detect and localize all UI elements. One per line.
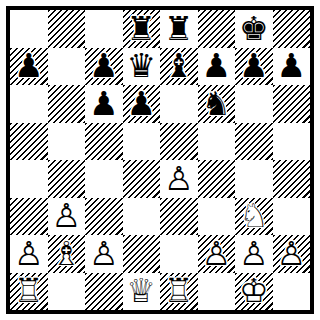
- square-d3[interactable]: [123, 198, 161, 236]
- black-rook-glyph: ♜: [126, 12, 156, 45]
- white-king-g1: ♚♔: [235, 273, 273, 311]
- black-king-glyph: ♚: [239, 12, 269, 45]
- black-pawn-glyph: ♟: [239, 49, 269, 82]
- square-e6[interactable]: [160, 85, 198, 123]
- chess-diagram-page: ♜♜♜♜♚♚♟♟♟♟♛♛♝♝♟♟♟♟♟♟♟♟♟♟♞♞♟♙♟♙♞♘♟♙♝♗♟♙♟♙…: [0, 0, 320, 320]
- square-f7[interactable]: ♟♟: [198, 48, 236, 86]
- square-a2[interactable]: ♟♙: [10, 235, 48, 273]
- square-h6[interactable]: [273, 85, 311, 123]
- black-knight-f6: ♞♞: [198, 85, 236, 123]
- square-g5[interactable]: [235, 123, 273, 161]
- square-b5[interactable]: [48, 123, 86, 161]
- white-pawn-a2: ♟♙: [10, 235, 48, 273]
- square-h1[interactable]: [273, 273, 311, 311]
- white-rook-e1: ♜♖: [160, 273, 198, 311]
- square-b1[interactable]: [48, 273, 86, 311]
- black-queen-d7: ♛♛: [123, 48, 161, 86]
- black-pawn-c6: ♟♟: [85, 85, 123, 123]
- square-f8[interactable]: [198, 10, 236, 48]
- square-a3[interactable]: [10, 198, 48, 236]
- black-pawn-glyph: ♟: [89, 87, 119, 120]
- white-queen-glyph: ♕: [126, 274, 156, 307]
- black-rook-d8: ♜♜: [123, 10, 161, 48]
- white-bishop-glyph: ♗: [51, 237, 81, 270]
- square-g1[interactable]: ♚♔: [235, 273, 273, 311]
- black-pawn-h7: ♟♟: [273, 48, 311, 86]
- black-rook-e8: ♜♜: [160, 10, 198, 48]
- square-d6[interactable]: ♟♟: [123, 85, 161, 123]
- square-c2[interactable]: ♟♙: [85, 235, 123, 273]
- square-c7[interactable]: ♟♟: [85, 48, 123, 86]
- square-e4[interactable]: ♟♙: [160, 160, 198, 198]
- black-pawn-g7: ♟♟: [235, 48, 273, 86]
- square-g3[interactable]: ♞♘: [235, 198, 273, 236]
- square-b8[interactable]: [48, 10, 86, 48]
- white-rook-glyph: ♖: [14, 274, 44, 307]
- square-f6[interactable]: ♞♞: [198, 85, 236, 123]
- square-h7[interactable]: ♟♟: [273, 48, 311, 86]
- square-h3[interactable]: [273, 198, 311, 236]
- white-rook-glyph: ♖: [164, 274, 194, 307]
- square-g2[interactable]: ♟♙: [235, 235, 273, 273]
- square-d5[interactable]: [123, 123, 161, 161]
- square-e1[interactable]: ♜♖: [160, 273, 198, 311]
- white-pawn-h2: ♟♙: [273, 235, 311, 273]
- square-a7[interactable]: ♟♟: [10, 48, 48, 86]
- square-e7[interactable]: ♝♝: [160, 48, 198, 86]
- white-knight-glyph: ♘: [239, 199, 269, 232]
- square-c8[interactable]: [85, 10, 123, 48]
- square-f1[interactable]: [198, 273, 236, 311]
- black-queen-glyph: ♛: [126, 49, 156, 82]
- square-c4[interactable]: [85, 160, 123, 198]
- black-pawn-a7: ♟♟: [10, 48, 48, 86]
- square-e5[interactable]: [160, 123, 198, 161]
- square-b4[interactable]: [48, 160, 86, 198]
- square-d2[interactable]: [123, 235, 161, 273]
- square-h8[interactable]: [273, 10, 311, 48]
- square-g8[interactable]: ♚♚: [235, 10, 273, 48]
- square-b3[interactable]: ♟♙: [48, 198, 86, 236]
- square-c3[interactable]: [85, 198, 123, 236]
- black-knight-glyph: ♞: [201, 87, 231, 120]
- white-pawn-glyph: ♙: [89, 237, 119, 270]
- black-pawn-glyph: ♟: [126, 87, 156, 120]
- black-pawn-glyph: ♟: [89, 49, 119, 82]
- square-d4[interactable]: [123, 160, 161, 198]
- white-pawn-b3: ♟♙: [48, 198, 86, 236]
- square-h5[interactable]: [273, 123, 311, 161]
- white-king-glyph: ♔: [239, 274, 269, 307]
- white-rook-a1: ♜♖: [10, 273, 48, 311]
- black-pawn-c7: ♟♟: [85, 48, 123, 86]
- square-a5[interactable]: [10, 123, 48, 161]
- chess-board-grid: ♜♜♜♜♚♚♟♟♟♟♛♛♝♝♟♟♟♟♟♟♟♟♟♟♞♞♟♙♟♙♞♘♟♙♝♗♟♙♟♙…: [10, 10, 310, 310]
- square-a1[interactable]: ♜♖: [10, 273, 48, 311]
- white-pawn-e4: ♟♙: [160, 160, 198, 198]
- square-b7[interactable]: [48, 48, 86, 86]
- square-a4[interactable]: [10, 160, 48, 198]
- white-pawn-glyph: ♙: [51, 199, 81, 232]
- black-pawn-f7: ♟♟: [198, 48, 236, 86]
- black-bishop-e7: ♝♝: [160, 48, 198, 86]
- square-d7[interactable]: ♛♛: [123, 48, 161, 86]
- square-d8[interactable]: ♜♜: [123, 10, 161, 48]
- white-pawn-glyph: ♙: [201, 237, 231, 270]
- white-knight-g3: ♞♘: [235, 198, 273, 236]
- white-bishop-b2: ♝♗: [48, 235, 86, 273]
- square-c1[interactable]: [85, 273, 123, 311]
- white-pawn-glyph: ♙: [164, 162, 194, 195]
- square-d1[interactable]: ♛♕: [123, 273, 161, 311]
- chess-board-frame: ♜♜♜♜♚♚♟♟♟♟♛♛♝♝♟♟♟♟♟♟♟♟♟♟♞♞♟♙♟♙♞♘♟♙♝♗♟♙♟♙…: [6, 6, 314, 314]
- black-bishop-glyph: ♝: [164, 49, 194, 82]
- square-e8[interactable]: ♜♜: [160, 10, 198, 48]
- square-g6[interactable]: [235, 85, 273, 123]
- white-pawn-g2: ♟♙: [235, 235, 273, 273]
- square-e3[interactable]: [160, 198, 198, 236]
- white-pawn-glyph: ♙: [14, 237, 44, 270]
- square-a6[interactable]: [10, 85, 48, 123]
- white-pawn-f2: ♟♙: [198, 235, 236, 273]
- square-c6[interactable]: ♟♟: [85, 85, 123, 123]
- square-h2[interactable]: ♟♙: [273, 235, 311, 273]
- square-f2[interactable]: ♟♙: [198, 235, 236, 273]
- square-g4[interactable]: [235, 160, 273, 198]
- square-f3[interactable]: [198, 198, 236, 236]
- black-pawn-glyph: ♟: [276, 49, 306, 82]
- square-a8[interactable]: [10, 10, 48, 48]
- square-g7[interactable]: ♟♟: [235, 48, 273, 86]
- square-f4[interactable]: [198, 160, 236, 198]
- white-pawn-c2: ♟♙: [85, 235, 123, 273]
- black-pawn-glyph: ♟: [14, 49, 44, 82]
- black-rook-glyph: ♜: [164, 12, 194, 45]
- square-h4[interactable]: [273, 160, 311, 198]
- black-pawn-glyph: ♟: [201, 49, 231, 82]
- square-c5[interactable]: [85, 123, 123, 161]
- square-e2[interactable]: [160, 235, 198, 273]
- square-b6[interactable]: [48, 85, 86, 123]
- square-f5[interactable]: [198, 123, 236, 161]
- square-b2[interactable]: ♝♗: [48, 235, 86, 273]
- black-king-g8: ♚♚: [235, 10, 273, 48]
- black-pawn-d6: ♟♟: [123, 85, 161, 123]
- white-pawn-glyph: ♙: [239, 237, 269, 270]
- white-pawn-glyph: ♙: [276, 237, 306, 270]
- white-queen-d1: ♛♕: [123, 273, 161, 311]
